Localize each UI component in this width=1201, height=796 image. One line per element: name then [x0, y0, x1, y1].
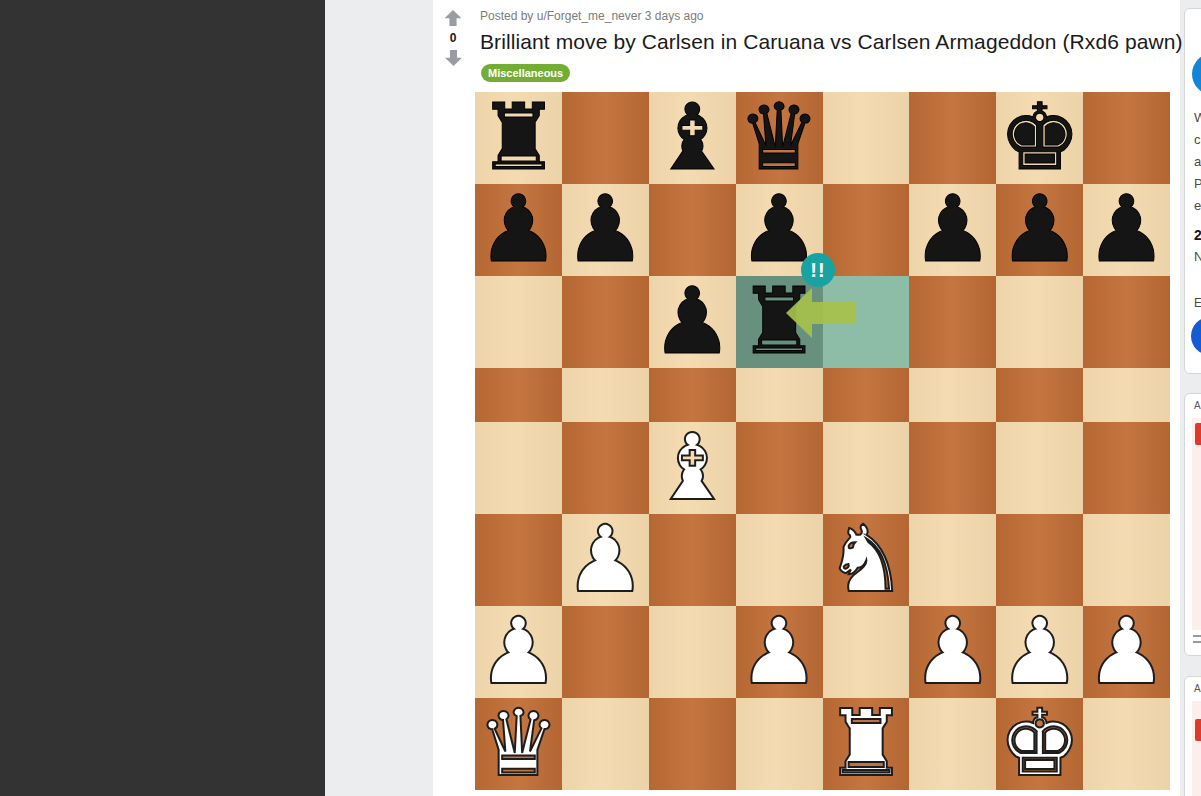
vote-score: 0: [450, 31, 457, 45]
ad-logo-red: [1195, 719, 1201, 741]
square-a5: [475, 368, 562, 422]
square-a8: ♜: [475, 92, 562, 184]
square-b3: ♟: [562, 514, 649, 606]
square-g7: ♟: [996, 184, 1083, 276]
sidebar-blue-button[interactable]: [1191, 317, 1201, 355]
left-dark-panel: [0, 0, 325, 796]
square-d1: [736, 698, 823, 790]
square-a3: [475, 514, 562, 606]
square-g2: ♟: [996, 606, 1083, 698]
community-avatar[interactable]: [1192, 53, 1201, 95]
square-d5: [736, 368, 823, 422]
square-h4: [1083, 422, 1170, 514]
clipped-line: W: [1194, 107, 1201, 129]
square-c8: ♝: [649, 92, 736, 184]
black-pawn: ♟: [564, 184, 646, 276]
square-a7: ♟: [475, 184, 562, 276]
square-e8: [823, 92, 910, 184]
ad-label: AD: [1194, 400, 1201, 411]
square-f1: [909, 698, 996, 790]
square-c7: [649, 184, 736, 276]
post-title[interactable]: Brilliant move by Carlsen in Caruana vs …: [480, 30, 1183, 54]
square-d3: [736, 514, 823, 606]
white-queen: ♛: [477, 698, 559, 790]
square-a1: ♛: [475, 698, 562, 790]
chess-board: ♜♝♛♚♟♟♟♟♟♟♟♜♝♟♞♟♟♟♟♟♛♜♚: [475, 92, 1170, 790]
clipped-line: 2: [1194, 224, 1201, 246]
square-f2: ♟: [909, 606, 996, 698]
byline-time: 3 days ago: [645, 9, 704, 23]
square-b6: [562, 276, 649, 368]
ad-image[interactable]: [1192, 701, 1201, 796]
square-h3: [1083, 514, 1170, 606]
square-d8: ♛: [736, 92, 823, 184]
square-c4: ♝: [649, 422, 736, 514]
square-b1: [562, 698, 649, 790]
square-g8: ♚: [996, 92, 1083, 184]
downvote-icon[interactable]: [445, 50, 462, 66]
square-f6: [909, 276, 996, 368]
square-a6: [475, 276, 562, 368]
square-c6: ♟: [649, 276, 736, 368]
sidebar-community-card: W c a P e 2 N E: [1184, 8, 1201, 374]
square-b7: ♟: [562, 184, 649, 276]
move-arrow-icon: [780, 284, 860, 342]
white-king: ♚: [998, 698, 1080, 790]
square-h5: [1083, 368, 1170, 422]
white-rook: ♜: [825, 698, 907, 790]
white-bishop: ♝: [651, 422, 733, 514]
square-e1: ♜: [823, 698, 910, 790]
ad-label: AD: [1194, 683, 1201, 694]
square-g6: [996, 276, 1083, 368]
square-e7: [823, 184, 910, 276]
post-image-chess-board[interactable]: ♜♝♛♚♟♟♟♟♟♟♟♜♝♟♞♟♟♟♟♟♛♜♚ !!: [475, 92, 1170, 790]
page: 0 Posted by u/Forget_me_never 3 days ago…: [0, 0, 1201, 796]
square-a4: [475, 422, 562, 514]
clipped-line: E: [1194, 292, 1201, 314]
square-f8: [909, 92, 996, 184]
clipped-line: e: [1194, 195, 1201, 217]
square-c1: [649, 698, 736, 790]
flair-badge[interactable]: Miscellaneous: [481, 64, 570, 82]
square-g4: [996, 422, 1083, 514]
black-pawn: ♟: [1085, 184, 1167, 276]
square-h6: [1083, 276, 1170, 368]
clipped-line: a: [1194, 151, 1201, 173]
square-e4: [823, 422, 910, 514]
post-byline: Posted by u/Forget_me_never 3 days ago: [480, 9, 704, 23]
square-g3: [996, 514, 1083, 606]
white-pawn: ♟: [912, 606, 994, 698]
square-b8: [562, 92, 649, 184]
black-pawn: ♟: [998, 184, 1080, 276]
black-pawn: ♟: [477, 184, 559, 276]
clipped-line: N: [1194, 246, 1201, 268]
vote-column: 0: [443, 10, 463, 66]
square-f3: [909, 514, 996, 606]
brilliant-move-badge: !!: [801, 253, 835, 287]
ad-menu-icon[interactable]: [1193, 635, 1201, 643]
square-d4: [736, 422, 823, 514]
clipped-line: P: [1194, 173, 1201, 195]
square-c2: [649, 606, 736, 698]
author-link[interactable]: u/Forget_me_never: [537, 9, 642, 23]
square-h1: [1083, 698, 1170, 790]
black-bishop: ♝: [651, 92, 733, 184]
post-card: 0 Posted by u/Forget_me_never 3 days ago…: [433, 0, 1180, 796]
square-h7: ♟: [1083, 184, 1170, 276]
square-e5: [823, 368, 910, 422]
square-h2: ♟: [1083, 606, 1170, 698]
square-a2: ♟: [475, 606, 562, 698]
ad-logo-red: [1195, 423, 1201, 445]
square-e2: [823, 606, 910, 698]
square-h8: [1083, 92, 1170, 184]
square-f7: ♟: [909, 184, 996, 276]
square-d2: ♟: [736, 606, 823, 698]
black-pawn: ♟: [912, 184, 994, 276]
square-f4: [909, 422, 996, 514]
square-b4: [562, 422, 649, 514]
square-g5: [996, 368, 1083, 422]
white-pawn: ♟: [564, 514, 646, 606]
black-pawn: ♟: [651, 276, 733, 368]
byline-posted-by: Posted by: [480, 9, 533, 23]
ad-image[interactable]: [1192, 418, 1201, 630]
square-c3: [649, 514, 736, 606]
white-pawn: ♟: [477, 606, 559, 698]
upvote-icon[interactable]: [445, 10, 462, 26]
white-pawn: ♟: [998, 606, 1080, 698]
white-knight: ♞: [825, 514, 907, 606]
white-pawn: ♟: [738, 606, 820, 698]
square-f5: [909, 368, 996, 422]
square-b5: [562, 368, 649, 422]
black-king: ♚: [998, 92, 1080, 184]
square-g1: ♚: [996, 698, 1083, 790]
sidebar-ad-card-1: AD: [1184, 393, 1201, 656]
black-queen: ♛: [738, 92, 820, 184]
square-b2: [562, 606, 649, 698]
sidebar-ad-card-2: AD: [1184, 676, 1201, 796]
sidebar-clipped-text: W c a P e 2 N E: [1194, 107, 1201, 314]
square-e3: ♞: [823, 514, 910, 606]
white-pawn: ♟: [1085, 606, 1167, 698]
black-rook: ♜: [477, 92, 559, 184]
clipped-line: c: [1194, 129, 1201, 151]
